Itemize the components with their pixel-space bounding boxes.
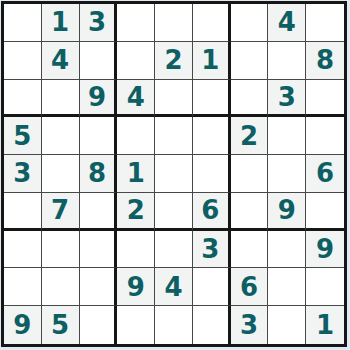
cell-r1c8: 4 [268,4,306,42]
cell-r4c6[interactable] [193,117,231,155]
cell-r7c6: 3 [193,231,231,269]
cell-r5c9: 6 [306,155,344,193]
cell-r8c3[interactable] [80,268,118,306]
cell-r3c7[interactable] [231,80,269,118]
cell-r2c1[interactable] [4,42,42,80]
cell-r5c2[interactable] [42,155,80,193]
cell-r4c9[interactable] [306,117,344,155]
cell-r2c4[interactable] [117,42,155,80]
cell-r7c5[interactable] [155,231,193,269]
cell-r7c1[interactable] [4,231,42,269]
cell-r1c4[interactable] [117,4,155,42]
cell-r6c8: 9 [268,193,306,231]
cell-r8c1[interactable] [4,268,42,306]
cell-r4c8[interactable] [268,117,306,155]
cell-r5c4: 1 [117,155,155,193]
sudoku-board: 13442189435238167269399469531 [1,1,347,347]
cell-r3c2[interactable] [42,80,80,118]
cell-r2c2: 4 [42,42,80,80]
cell-r6c6: 6 [193,193,231,231]
cell-r8c4: 9 [117,268,155,306]
cell-r7c4[interactable] [117,231,155,269]
cell-r2c8[interactable] [268,42,306,80]
cell-r1c6[interactable] [193,4,231,42]
cell-r7c8[interactable] [268,231,306,269]
cell-r3c8: 3 [268,80,306,118]
cell-r2c6: 1 [193,42,231,80]
cell-r8c9[interactable] [306,268,344,306]
cell-r6c2: 7 [42,193,80,231]
cell-r3c5[interactable] [155,80,193,118]
cell-r1c2: 1 [42,4,80,42]
cell-r5c7[interactable] [231,155,269,193]
cell-r1c5[interactable] [155,4,193,42]
cell-r8c8[interactable] [268,268,306,306]
cell-r4c4[interactable] [117,117,155,155]
cell-r9c1: 9 [4,306,42,344]
cell-r9c3[interactable] [80,306,118,344]
cell-r9c9: 1 [306,306,344,344]
cell-r2c9: 8 [306,42,344,80]
cell-r4c1: 5 [4,117,42,155]
cell-r9c8[interactable] [268,306,306,344]
cell-r9c4[interactable] [117,306,155,344]
cell-r7c2[interactable] [42,231,80,269]
cell-r9c7: 3 [231,306,269,344]
cell-r1c9[interactable] [306,4,344,42]
cell-r3c6[interactable] [193,80,231,118]
cell-r3c3: 9 [80,80,118,118]
cell-r3c9[interactable] [306,80,344,118]
cell-r7c3[interactable] [80,231,118,269]
cell-r5c1: 3 [4,155,42,193]
cell-r8c6[interactable] [193,268,231,306]
cell-r2c7[interactable] [231,42,269,80]
cell-r5c8[interactable] [268,155,306,193]
cell-r2c3[interactable] [80,42,118,80]
cell-r6c7[interactable] [231,193,269,231]
cell-r6c9[interactable] [306,193,344,231]
cell-r7c9: 9 [306,231,344,269]
cell-r6c1[interactable] [4,193,42,231]
cell-r2c5: 2 [155,42,193,80]
cell-r9c2: 5 [42,306,80,344]
cell-r5c5[interactable] [155,155,193,193]
cell-r4c5[interactable] [155,117,193,155]
cell-r8c5: 4 [155,268,193,306]
cell-r4c2[interactable] [42,117,80,155]
cell-r6c4: 2 [117,193,155,231]
cell-r6c5[interactable] [155,193,193,231]
cell-r1c7[interactable] [231,4,269,42]
cell-r7c7[interactable] [231,231,269,269]
cell-r3c4: 4 [117,80,155,118]
cell-r4c7: 2 [231,117,269,155]
cell-r1c3: 3 [80,4,118,42]
cell-r4c3[interactable] [80,117,118,155]
cell-r9c5[interactable] [155,306,193,344]
cell-r9c6[interactable] [193,306,231,344]
cell-r1c1[interactable] [4,4,42,42]
cell-r8c7: 6 [231,268,269,306]
cell-r5c6[interactable] [193,155,231,193]
cell-r3c1[interactable] [4,80,42,118]
cell-r8c2[interactable] [42,268,80,306]
cell-r5c3: 8 [80,155,118,193]
cell-r6c3[interactable] [80,193,118,231]
